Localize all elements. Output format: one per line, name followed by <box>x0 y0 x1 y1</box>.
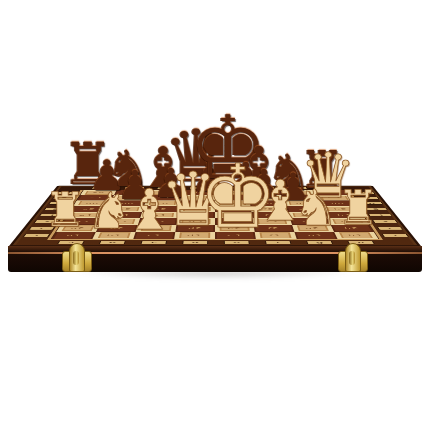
frame-plate-rank-right: 1 <box>382 234 409 237</box>
frame-plate-rank-right: 2 <box>377 227 403 230</box>
chess-set-photo: aa88bb77cc66dd55ee44ff33gg22hh11 a8b8c8d… <box>0 0 430 430</box>
clasp-right[interactable] <box>338 243 368 273</box>
clasp-slot <box>349 251 355 265</box>
frame-plate-file-front: g <box>306 241 333 244</box>
light-knight-g1[interactable]: ♞ <box>294 183 339 233</box>
frame-plate-file-front: b <box>99 241 126 244</box>
clasp-left[interactable] <box>62 243 92 273</box>
clasp-slot <box>73 251 79 265</box>
floor-shadow <box>25 271 405 291</box>
light-rook-a1[interactable]: ♜ <box>44 186 86 233</box>
pieces-layer: ♜♟♞♟♝♟♛♟♚♟♝♟♞♟♜♛♜♞♝♛♚♝♞♜ <box>0 0 430 430</box>
light-rook-h1[interactable]: ♜ <box>337 184 379 231</box>
